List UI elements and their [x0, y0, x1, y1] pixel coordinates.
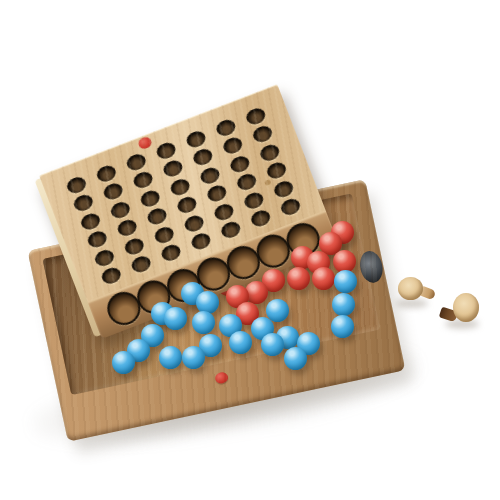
board-hole-c4-r3[interactable]: [168, 177, 191, 198]
board-hole-c7-r1[interactable]: [244, 106, 267, 127]
board-hole-c4-r5[interactable]: [182, 213, 205, 234]
board-hole-c1-r3[interactable]: [78, 211, 101, 232]
blue-ball[interactable]: [196, 291, 219, 314]
board-hole-c2-r5[interactable]: [122, 236, 145, 257]
board-hole-c6-r2[interactable]: [221, 135, 244, 156]
blue-ball[interactable]: [331, 315, 354, 338]
blue-ball[interactable]: [112, 351, 135, 374]
blue-ball[interactable]: [192, 311, 215, 334]
scene: [0, 0, 500, 500]
peg-cap: [453, 293, 479, 322]
board-hole-c7-r2[interactable]: [251, 124, 274, 145]
board-hole-c3-r3[interactable]: [138, 188, 161, 209]
board-hole-c3-r2[interactable]: [131, 170, 154, 191]
blue-ball[interactable]: [261, 333, 284, 356]
board-hole-c4-r1[interactable]: [154, 140, 177, 161]
board-hole-c2-r2[interactable]: [101, 181, 124, 202]
board-hole-c2-r4[interactable]: [115, 218, 138, 239]
board-hole-c4-r6[interactable]: [189, 231, 212, 252]
board-hole-c1-r4[interactable]: [85, 229, 108, 250]
peg-dark-stem[interactable]: [436, 290, 488, 332]
peg-cap: [398, 277, 423, 300]
blue-ball[interactable]: [284, 347, 307, 370]
board-hole-c5-r1[interactable]: [184, 129, 207, 150]
red-ball[interactable]: [287, 267, 310, 290]
peg-light-stem[interactable]: [395, 274, 437, 306]
board-hole-c5-r4[interactable]: [205, 183, 228, 204]
board-hole-c7-r5[interactable]: [272, 179, 295, 200]
blue-ball[interactable]: [332, 293, 355, 316]
wood-knot: [264, 179, 271, 186]
board-hole-c6-r1[interactable]: [214, 117, 237, 138]
board-hole-c4-r2[interactable]: [161, 158, 184, 179]
blue-ball[interactable]: [159, 346, 182, 369]
lid-red-dot: [136, 135, 152, 150]
board-hole-c1-r5[interactable]: [92, 247, 115, 268]
board-hole-c4-r4[interactable]: [175, 195, 198, 216]
board-hole-c5-r3[interactable]: [198, 165, 221, 186]
board-hole-c5-r6[interactable]: [219, 220, 242, 241]
board-hole-c7-r6[interactable]: [279, 197, 302, 218]
board-hole-c3-r5[interactable]: [152, 224, 175, 245]
blue-ball[interactable]: [164, 307, 187, 330]
peg-shadow: [396, 299, 428, 308]
board-hole-c6-r6[interactable]: [249, 208, 272, 229]
tray-red-dot: [214, 371, 229, 384]
board-hole-c1-r1[interactable]: [64, 175, 87, 196]
blue-ball[interactable]: [229, 331, 252, 354]
board-hole-c3-r1[interactable]: [124, 152, 147, 173]
blue-ball[interactable]: [334, 270, 357, 293]
board-hole-c2-r6[interactable]: [129, 254, 152, 275]
blue-ball[interactable]: [182, 346, 205, 369]
board-hole-c3-r4[interactable]: [145, 206, 168, 227]
board-hole-c1-r6[interactable]: [99, 266, 122, 287]
board-hole-c1-r2[interactable]: [71, 193, 94, 214]
board-hole-c5-r2[interactable]: [191, 147, 214, 168]
board-hole-c6-r4[interactable]: [235, 172, 258, 193]
board-hole-c7-r4[interactable]: [265, 160, 288, 181]
board-hole-c5-r5[interactable]: [212, 201, 235, 222]
board-hole-c2-r1[interactable]: [94, 163, 117, 184]
board-hole-c6-r3[interactable]: [228, 154, 251, 175]
board-hole-c3-r6[interactable]: [159, 243, 182, 264]
board-hole-c6-r5[interactable]: [242, 190, 265, 211]
board-hole-c2-r3[interactable]: [108, 199, 131, 220]
red-ball[interactable]: [312, 267, 335, 290]
board-hole-c7-r3[interactable]: [258, 142, 281, 163]
